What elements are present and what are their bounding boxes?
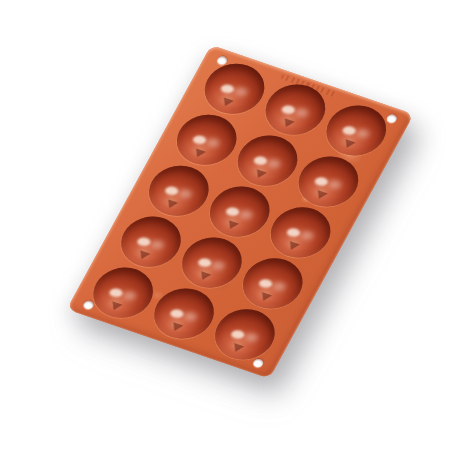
mold-cavity (83, 260, 162, 325)
silicone-mold (67, 45, 414, 379)
mold-cavity (167, 107, 246, 172)
mold-cavity (256, 77, 335, 142)
mold-cavity (195, 56, 274, 121)
mold-cavity (233, 251, 312, 316)
mold-cavity (205, 302, 284, 367)
mold-cavity (111, 209, 190, 274)
mold-cavity (228, 128, 307, 193)
mold-cavity (172, 230, 251, 295)
mold-cavity (261, 200, 340, 265)
mold-cavity (289, 149, 368, 214)
mold-cavity (139, 158, 218, 223)
mold-shadow (0, 0, 460, 460)
cavity-grid (67, 45, 414, 379)
photo-background (0, 0, 460, 460)
mold-cavity (317, 98, 396, 163)
mold-cavity (144, 281, 223, 346)
mold-cavity (200, 179, 279, 244)
